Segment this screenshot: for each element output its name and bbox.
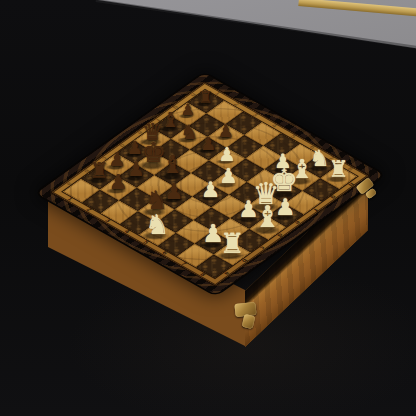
chess-set-photo: 1122334455667788aabbccddeeffgghh ♜♟♝♛♟♟♜… [0,0,416,416]
piece-black-pawn-c8[interactable]: ♟ [108,150,125,169]
pieces-layer: ♜♟♝♛♟♟♜♞♚♟♟♟♟♝♟♞♟♟♟♞♟♞♝♚♛♟♟♜♟♝♜ [0,0,416,416]
piece-white-knight-a4[interactable]: ♞ [145,211,170,238]
piece-white-pawn-d4[interactable]: ♟ [201,178,220,199]
piece-white-bishop-d1[interactable]: ♝ [254,202,281,232]
piece-black-pawn-f6[interactable]: ♟ [200,135,216,153]
piece-black-rook-b8[interactable]: ♜ [89,160,109,182]
piece-black-bishop-f8[interactable]: ♝ [161,110,180,131]
piece-black-bishop-d6[interactable]: ♝ [162,153,184,178]
piece-black-knight-f7[interactable]: ♞ [180,122,198,142]
piece-white-pawn-e4[interactable]: ♟ [219,166,237,187]
piece-black-pawn-b7[interactable]: ♟ [109,172,127,193]
piece-black-pawn-g6[interactable]: ♟ [218,123,234,140]
piece-black-pawn-g8[interactable]: ♟ [181,103,195,119]
piece-white-pawn-f5[interactable]: ♟ [219,145,236,164]
piece-white-rook-b1[interactable]: ♜ [220,230,245,258]
piece-white-rook-h1[interactable]: ♜ [328,159,348,182]
piece-black-rook-h8[interactable]: ♜ [198,89,213,106]
piece-black-pawn-c7[interactable]: ♟ [127,160,145,180]
